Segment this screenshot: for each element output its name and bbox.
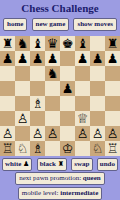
square-f8[interactable]: ♝ xyxy=(75,36,90,51)
square-g3[interactable] xyxy=(90,111,105,126)
square-g8[interactable] xyxy=(90,36,105,51)
piece-white-pawn: ♙ xyxy=(15,111,30,126)
square-a8[interactable]: ♜ xyxy=(0,36,15,51)
square-b8[interactable]: ♞ xyxy=(15,36,30,51)
square-e2[interactable] xyxy=(60,126,75,141)
square-g5[interactable] xyxy=(90,81,105,96)
level-label: mobile level: xyxy=(22,189,59,197)
play-white-button[interactable]: white ♟ xyxy=(2,158,32,171)
play-black-label: black xyxy=(40,160,56,168)
piece-black-queen: ♛ xyxy=(45,36,60,51)
piece-black-king: ♚ xyxy=(60,36,75,51)
square-b6[interactable] xyxy=(15,66,30,81)
square-h6[interactable] xyxy=(105,66,120,81)
square-e5[interactable]: ♟ xyxy=(60,81,75,96)
piece-black-bishop: ♝ xyxy=(30,36,45,51)
square-h5[interactable] xyxy=(105,81,120,96)
show-moves-button[interactable]: show moves xyxy=(73,18,117,31)
square-b5[interactable] xyxy=(15,81,30,96)
square-a3[interactable] xyxy=(0,111,15,126)
piece-white-knight: ♘ xyxy=(90,141,105,156)
square-f5[interactable] xyxy=(75,81,90,96)
square-c8[interactable]: ♝ xyxy=(30,36,45,51)
piece-black-bishop: ♝ xyxy=(75,36,90,51)
piece-white-rook: ♖ xyxy=(105,141,120,156)
piece-white-queen: ♕ xyxy=(75,111,90,126)
piece-white-pawn: ♙ xyxy=(75,126,90,141)
square-h4[interactable] xyxy=(105,96,120,111)
new-game-button[interactable]: new game xyxy=(32,18,70,31)
square-g2[interactable]: ♙ xyxy=(90,126,105,141)
square-a5[interactable] xyxy=(0,81,15,96)
piece-white-bishop: ♗ xyxy=(30,141,45,156)
square-e7[interactable] xyxy=(60,51,75,66)
square-h3[interactable] xyxy=(105,111,120,126)
square-c7[interactable]: ♟ xyxy=(30,51,45,66)
square-g4[interactable] xyxy=(90,96,105,111)
play-black-button[interactable]: black ♜ xyxy=(37,158,67,171)
square-f4[interactable] xyxy=(75,96,90,111)
square-e8[interactable]: ♚ xyxy=(60,36,75,51)
page-title: Chess Challenge xyxy=(0,2,120,14)
square-g1[interactable]: ♘ xyxy=(90,141,105,156)
square-a2[interactable]: ♙ xyxy=(0,126,15,141)
piece-white-pawn: ♙ xyxy=(0,126,15,141)
piece-black-pawn: ♟ xyxy=(30,51,45,66)
square-d6[interactable]: ♞ xyxy=(45,66,60,81)
swap-button[interactable]: swap xyxy=(71,158,92,171)
square-f1[interactable] xyxy=(75,141,90,156)
level-setting[interactable]: mobile level: intermediate xyxy=(18,187,103,200)
square-a4[interactable] xyxy=(0,96,15,111)
home-button[interactable]: home xyxy=(3,18,27,31)
piece-white-pawn: ♙ xyxy=(45,126,60,141)
square-e6[interactable] xyxy=(60,66,75,81)
square-f2[interactable]: ♙ xyxy=(75,126,90,141)
piece-white-rook: ♖ xyxy=(0,141,15,156)
square-d1[interactable] xyxy=(45,141,60,156)
square-b7[interactable]: ♟ xyxy=(15,51,30,66)
square-e1[interactable]: ♔ xyxy=(60,141,75,156)
piece-black-pawn: ♟ xyxy=(0,51,15,66)
square-a7[interactable]: ♟ xyxy=(0,51,15,66)
undo-button[interactable]: undo xyxy=(97,158,118,171)
piece-black-knight: ♞ xyxy=(15,36,30,51)
square-g6[interactable] xyxy=(90,66,105,81)
square-d8[interactable]: ♛ xyxy=(45,36,60,51)
toolbar: home new game show moves xyxy=(0,18,120,31)
piece-black-pawn: ♟ xyxy=(105,51,120,66)
square-d2[interactable]: ♙ xyxy=(45,126,60,141)
square-a6[interactable] xyxy=(0,66,15,81)
square-c1[interactable]: ♗ xyxy=(30,141,45,156)
square-c5[interactable] xyxy=(30,81,45,96)
square-h8[interactable]: ♜ xyxy=(105,36,120,51)
chess-board: ♜♞♝♛♚♝♜♟♟♟♟♟♟♟♞♟♗♙♕♙♙♙♙♙♙♖♘♗♔♘♖ xyxy=(0,36,120,156)
square-g7[interactable]: ♟ xyxy=(90,51,105,66)
piece-black-rook: ♜ xyxy=(105,36,120,51)
piece-white-pawn: ♙ xyxy=(105,126,120,141)
piece-white-king: ♔ xyxy=(60,141,75,156)
piece-white-knight: ♘ xyxy=(15,141,30,156)
piece-black-knight: ♞ xyxy=(45,66,60,81)
square-f6[interactable] xyxy=(75,66,90,81)
square-d4[interactable] xyxy=(45,96,60,111)
piece-black-rook: ♜ xyxy=(0,36,15,51)
square-c2[interactable]: ♙ xyxy=(30,126,45,141)
square-c3[interactable] xyxy=(30,111,45,126)
promotion-setting[interactable]: next pawn promotion: queen xyxy=(15,172,104,185)
play-white-label: white xyxy=(5,160,21,168)
square-b3[interactable]: ♙ xyxy=(15,111,30,126)
square-h1[interactable]: ♖ xyxy=(105,141,120,156)
piece-white-pawn: ♙ xyxy=(90,126,105,141)
level-value: intermediate xyxy=(60,189,98,197)
square-b1[interactable]: ♘ xyxy=(15,141,30,156)
rook-icon: ♜ xyxy=(58,160,64,168)
square-e3[interactable] xyxy=(60,111,75,126)
square-f3[interactable]: ♕ xyxy=(75,111,90,126)
square-d5[interactable] xyxy=(45,81,60,96)
square-b4[interactable] xyxy=(15,96,30,111)
piece-black-pawn: ♟ xyxy=(15,51,30,66)
square-e4[interactable] xyxy=(60,96,75,111)
square-d3[interactable] xyxy=(45,111,60,126)
promotion-label: next pawn promotion: xyxy=(19,174,81,182)
square-f7[interactable]: ♟ xyxy=(75,51,90,66)
piece-black-pawn: ♟ xyxy=(90,51,105,66)
piece-black-pawn: ♟ xyxy=(75,51,90,66)
piece-white-bishop: ♗ xyxy=(30,96,45,111)
piece-black-pawn: ♟ xyxy=(45,51,60,66)
promotion-value: queen xyxy=(83,174,101,182)
pawn-icon: ♟ xyxy=(23,160,29,168)
square-h7[interactable]: ♟ xyxy=(105,51,120,66)
piece-white-pawn: ♙ xyxy=(30,126,45,141)
square-b2[interactable] xyxy=(15,126,30,141)
square-h2[interactable]: ♙ xyxy=(105,126,120,141)
square-c6[interactable] xyxy=(30,66,45,81)
square-c4[interactable]: ♗ xyxy=(30,96,45,111)
side-controls: white ♟ black ♜ swap undo xyxy=(0,158,120,170)
piece-black-pawn: ♟ xyxy=(60,81,75,96)
square-d7[interactable]: ♟ xyxy=(45,51,60,66)
square-a1[interactable]: ♖ xyxy=(0,141,15,156)
